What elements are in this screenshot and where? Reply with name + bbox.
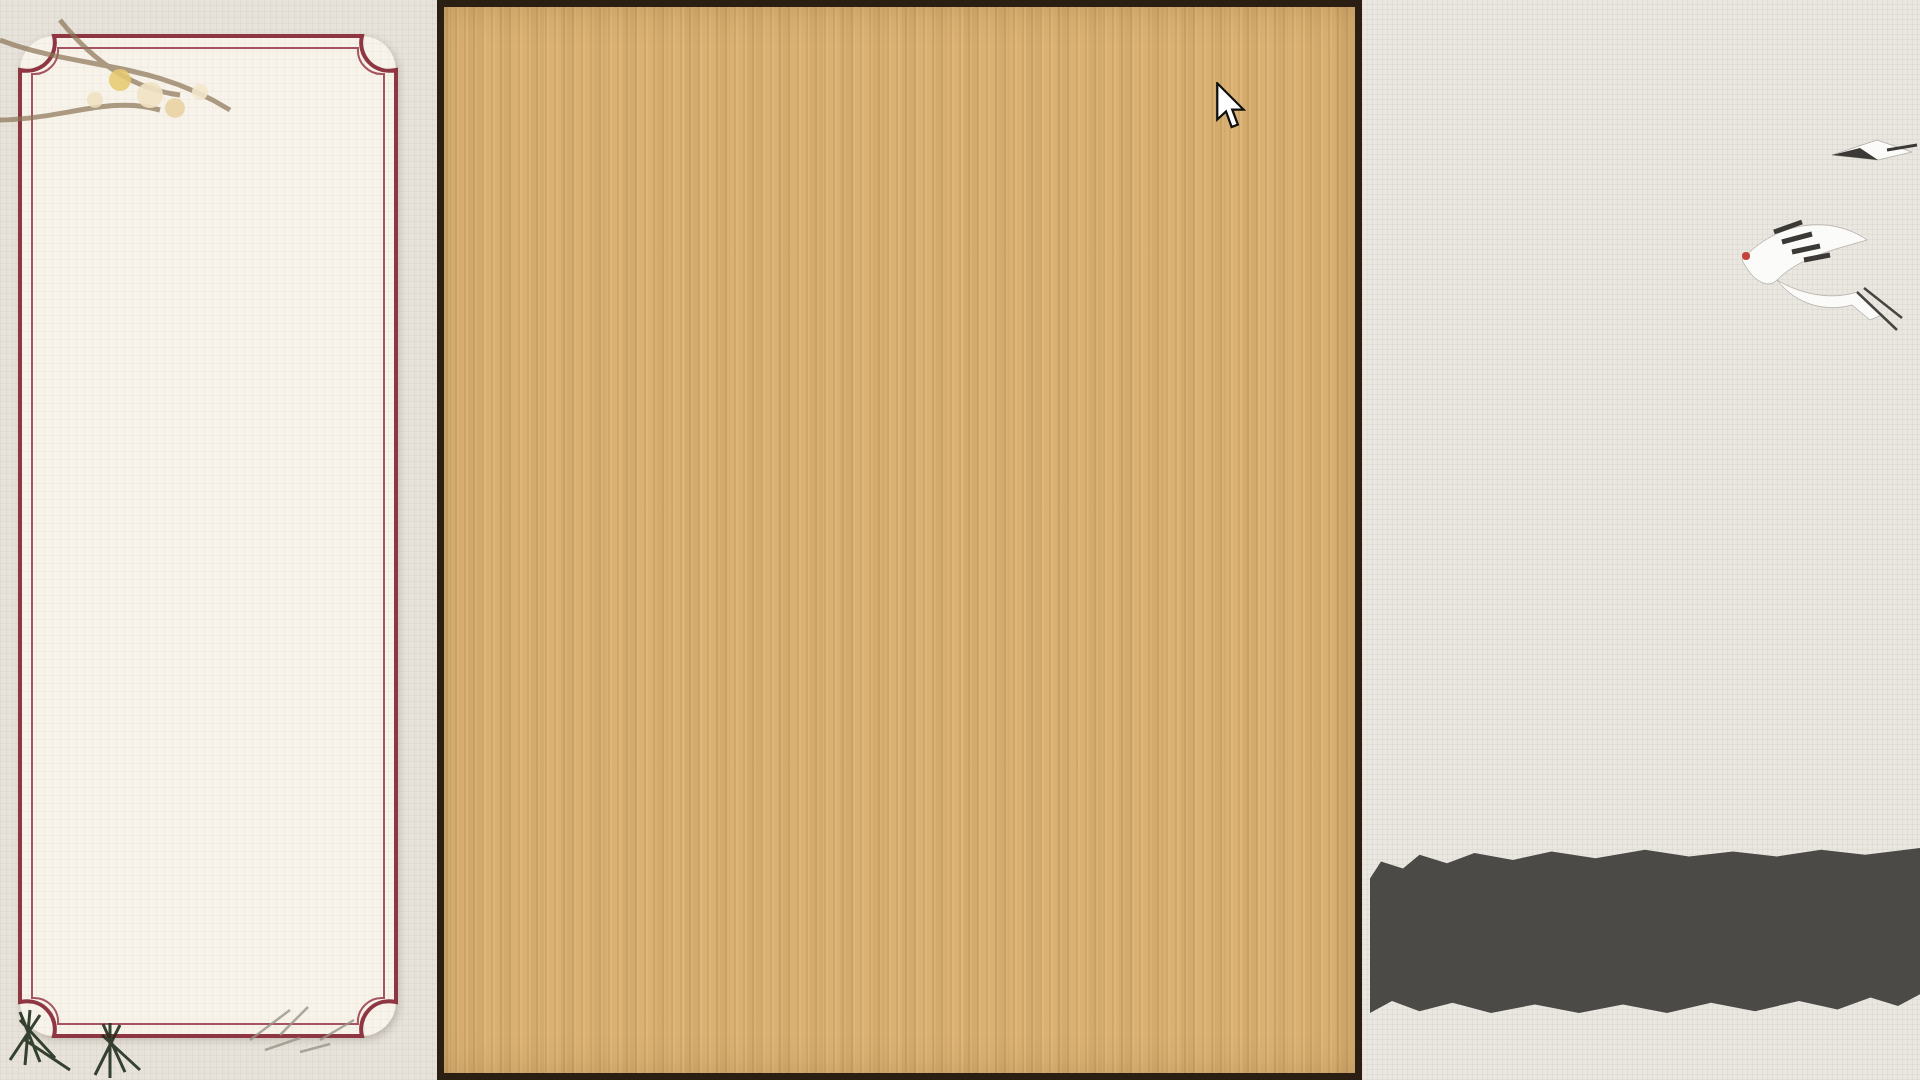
scroll-plaque bbox=[20, 36, 396, 1036]
mouse-cursor-icon bbox=[1213, 82, 1249, 132]
piece-grid bbox=[436, 35, 1354, 1053]
left-title-panel bbox=[0, 0, 437, 1080]
cta-button[interactable] bbox=[1370, 848, 1920, 1018]
crane-illustration bbox=[1682, 120, 1920, 360]
video-frame bbox=[0, 0, 1920, 1080]
xiangqi-board bbox=[437, 0, 1362, 1080]
right-info-panel bbox=[1362, 0, 1920, 1080]
